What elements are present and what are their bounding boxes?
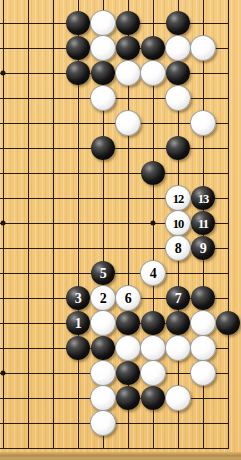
move-number-label: 3 xyxy=(75,292,82,306)
white-stone[interactable] xyxy=(165,35,191,61)
move-number-label: 7 xyxy=(175,292,182,306)
white-stone[interactable] xyxy=(165,385,191,411)
white-stone[interactable] xyxy=(90,10,116,36)
black-stone[interactable]: 3 xyxy=(66,286,90,310)
move-number-label: 6 xyxy=(125,292,132,306)
grid-vline xyxy=(53,0,54,449)
black-stone[interactable] xyxy=(116,361,140,385)
star-point xyxy=(1,371,6,376)
black-stone[interactable] xyxy=(116,36,140,60)
black-stone[interactable] xyxy=(141,36,165,60)
white-stone[interactable] xyxy=(140,60,166,86)
white-stone[interactable] xyxy=(190,35,216,61)
black-stone[interactable] xyxy=(191,286,215,310)
go-board[interactable]: 12131011895432671 xyxy=(0,0,241,460)
white-stone[interactable] xyxy=(90,360,116,386)
black-stone[interactable] xyxy=(66,336,90,360)
grid-hline xyxy=(0,173,229,174)
white-stone[interactable] xyxy=(165,85,191,111)
grid-vline xyxy=(228,0,229,449)
grid-hline xyxy=(0,448,229,449)
black-stone[interactable] xyxy=(166,61,190,85)
move-number-label: 9 xyxy=(200,242,207,256)
move-number-label: 4 xyxy=(150,267,157,281)
black-stone[interactable]: 5 xyxy=(91,261,115,285)
grid-vline xyxy=(28,0,29,449)
star-point xyxy=(1,71,6,76)
move-number-label: 11 xyxy=(198,217,208,230)
white-stone[interactable] xyxy=(190,110,216,136)
black-stone[interactable]: 11 xyxy=(191,211,215,235)
move-number-label: 13 xyxy=(198,192,209,205)
white-stone[interactable] xyxy=(90,35,116,61)
black-stone[interactable] xyxy=(116,11,140,35)
black-stone[interactable] xyxy=(66,61,90,85)
move-number-label: 1 xyxy=(75,317,82,331)
black-stone[interactable]: 9 xyxy=(191,236,215,260)
black-stone[interactable] xyxy=(116,311,140,335)
black-stone[interactable] xyxy=(216,311,240,335)
white-stone[interactable] xyxy=(190,335,216,361)
white-stone[interactable] xyxy=(115,335,141,361)
black-stone[interactable] xyxy=(141,386,165,410)
board-bottom-edge xyxy=(0,452,241,460)
white-stone[interactable] xyxy=(115,110,141,136)
white-stone[interactable] xyxy=(90,310,116,336)
black-stone[interactable] xyxy=(166,136,190,160)
white-stone[interactable] xyxy=(90,385,116,411)
white-stone[interactable] xyxy=(190,360,216,386)
white-stone[interactable]: 6 xyxy=(115,285,141,311)
black-stone[interactable] xyxy=(166,11,190,35)
black-stone[interactable] xyxy=(166,311,190,335)
white-stone[interactable] xyxy=(90,410,116,436)
black-stone[interactable]: 7 xyxy=(166,286,190,310)
star-point xyxy=(151,221,156,226)
black-stone[interactable] xyxy=(91,136,115,160)
move-number-label: 12 xyxy=(173,192,184,205)
white-stone[interactable]: 8 xyxy=(165,235,191,261)
go-board-diagram: 12131011895432671 xyxy=(0,0,241,460)
star-point xyxy=(1,221,6,226)
black-stone[interactable] xyxy=(91,61,115,85)
white-stone[interactable] xyxy=(190,310,216,336)
white-stone[interactable] xyxy=(90,85,116,111)
move-number-label: 5 xyxy=(100,267,107,281)
black-stone[interactable] xyxy=(116,386,140,410)
white-stone[interactable] xyxy=(140,360,166,386)
black-stone[interactable]: 1 xyxy=(66,311,90,335)
white-stone[interactable]: 12 xyxy=(165,185,191,211)
white-stone[interactable]: 2 xyxy=(90,285,116,311)
white-stone[interactable] xyxy=(165,335,191,361)
white-stone[interactable] xyxy=(140,335,166,361)
black-stone[interactable] xyxy=(66,11,90,35)
black-stone[interactable]: 13 xyxy=(191,186,215,210)
black-stone[interactable] xyxy=(141,161,165,185)
white-stone[interactable]: 4 xyxy=(140,260,166,286)
black-stone[interactable] xyxy=(91,336,115,360)
move-number-label: 2 xyxy=(100,292,107,306)
white-stone[interactable] xyxy=(115,60,141,86)
black-stone[interactable] xyxy=(66,36,90,60)
move-number-label: 10 xyxy=(173,217,184,230)
black-stone[interactable] xyxy=(141,311,165,335)
move-number-label: 8 xyxy=(175,242,182,256)
white-stone[interactable]: 10 xyxy=(165,210,191,236)
